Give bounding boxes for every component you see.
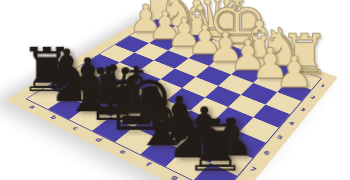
piece-black-rook-h8[interactable]: ♜: [183, 110, 247, 180]
file-label-e: e: [118, 149, 128, 156]
board-perspective-wrap: ♜♞♝♛♚♝♞♜♟♟♟♟♟♟♟♟♟♟♟♟♟♟♟♟♜♞♝♛♚♝♞♜ a1b2c3d…: [5, 12, 338, 180]
rank-label-1: 1: [319, 84, 326, 89]
file-label-a: a: [27, 105, 36, 110]
rank-label-5: 5: [275, 135, 283, 141]
board-squares-grid: ♜♞♝♛♚♝♞♜♟♟♟♟♟♟♟♟♟♟♟♟♟♟♟♟♜♞♝♛♚♝♞♜: [27, 20, 321, 180]
file-label-f: f: [144, 162, 152, 168]
rank-label-4: 4: [287, 121, 295, 127]
chess-board: ♜♞♝♛♚♝♞♜♟♟♟♟♟♟♟♟♟♟♟♟♟♟♟♟♜♞♝♛♚♝♞♜ a1b2c3d…: [5, 12, 338, 180]
chess-set-product-photo: ♜♞♝♛♚♝♞♜♟♟♟♟♟♟♟♟♟♟♟♟♟♟♟♟♜♞♝♛♚♝♞♜ a1b2c3d…: [0, 0, 350, 180]
file-label-g: g: [170, 174, 180, 180]
rank-label-2: 2: [309, 95, 316, 100]
rank-label-3: 3: [299, 108, 307, 113]
file-label-c: c: [71, 126, 80, 132]
rank-label-6: 6: [262, 150, 271, 156]
piece-white-pawn-h2[interactable]: ♟: [275, 50, 314, 93]
rank-label-7: 7: [248, 167, 257, 174]
square-h8[interactable]: ♜: [193, 162, 238, 180]
square-h2[interactable]: ♟: [277, 81, 312, 102]
file-label-b: b: [48, 115, 58, 121]
file-label-d: d: [93, 137, 103, 143]
